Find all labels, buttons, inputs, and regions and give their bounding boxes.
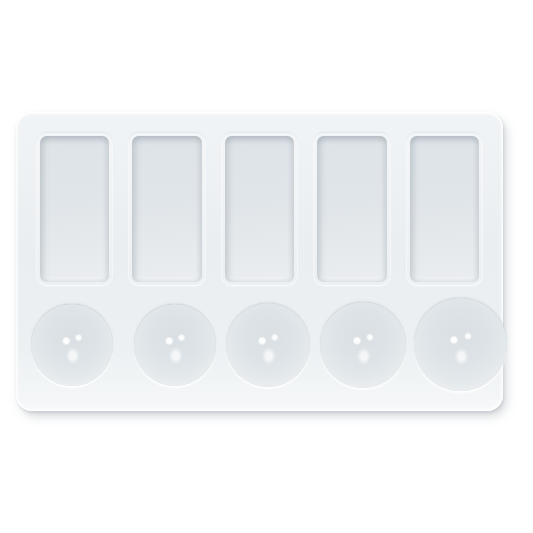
round-well-cavity [134,304,216,386]
round-well-cavity [226,303,310,387]
photo-canvas [0,0,533,533]
round-well-cavity [414,298,507,391]
round-well-cavity [320,302,406,388]
round-well-4 [320,302,406,388]
round-well-3 [226,303,310,387]
paint-palette-tray [16,112,503,411]
round-well-1 [31,304,113,386]
round-well-5 [414,298,507,391]
round-well-cavity [31,304,113,386]
round-wells-row [16,112,503,411]
round-well-2 [134,304,216,386]
